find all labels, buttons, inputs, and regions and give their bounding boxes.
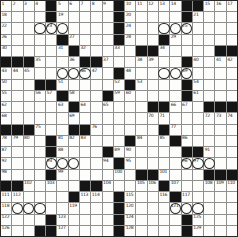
white-cell[interactable] bbox=[215, 91, 225, 101]
white-cell[interactable] bbox=[46, 192, 56, 202]
white-cell[interactable] bbox=[193, 192, 203, 202]
white-cell[interactable] bbox=[46, 68, 56, 78]
white-cell[interactable] bbox=[182, 46, 192, 56]
white-cell[interactable] bbox=[57, 23, 67, 33]
white-cell[interactable]: 127 bbox=[57, 226, 67, 236]
white-cell[interactable] bbox=[148, 226, 158, 236]
white-cell[interactable] bbox=[182, 203, 192, 213]
white-cell[interactable]: 97 bbox=[193, 158, 203, 168]
white-cell[interactable] bbox=[170, 226, 180, 236]
white-cell[interactable] bbox=[80, 203, 90, 213]
white-cell[interactable]: 58 bbox=[69, 91, 79, 101]
white-cell[interactable]: 91 bbox=[204, 147, 214, 157]
white-cell[interactable]: 48 bbox=[125, 68, 135, 78]
white-cell[interactable] bbox=[170, 12, 180, 22]
white-cell[interactable]: 27 bbox=[69, 35, 79, 45]
white-cell[interactable]: 41 bbox=[215, 57, 225, 67]
white-cell[interactable]: 95 bbox=[125, 158, 135, 168]
white-cell[interactable] bbox=[215, 23, 225, 33]
white-cell[interactable] bbox=[193, 35, 203, 45]
white-cell[interactable] bbox=[91, 35, 101, 45]
white-cell[interactable]: 88 bbox=[57, 147, 67, 157]
white-cell[interactable] bbox=[114, 181, 124, 191]
white-cell[interactable] bbox=[204, 203, 214, 213]
white-cell[interactable]: 116 bbox=[159, 192, 169, 202]
white-cell[interactable] bbox=[35, 113, 45, 123]
white-cell[interactable] bbox=[227, 91, 237, 101]
white-cell[interactable] bbox=[204, 136, 214, 146]
white-cell[interactable]: 32 bbox=[80, 46, 90, 56]
white-cell[interactable] bbox=[35, 170, 45, 180]
white-cell[interactable] bbox=[12, 226, 22, 236]
white-cell[interactable]: 108 bbox=[204, 181, 214, 191]
white-cell[interactable] bbox=[69, 23, 79, 33]
white-cell[interactable] bbox=[227, 203, 237, 213]
white-cell[interactable]: 124 bbox=[125, 215, 135, 225]
white-cell[interactable] bbox=[57, 203, 67, 213]
white-cell[interactable]: 34 bbox=[159, 46, 169, 56]
white-cell[interactable] bbox=[46, 125, 56, 135]
white-cell[interactable] bbox=[215, 80, 225, 90]
white-cell[interactable] bbox=[125, 113, 135, 123]
white-cell[interactable]: 22 bbox=[1, 23, 11, 33]
white-cell[interactable] bbox=[204, 158, 214, 168]
white-cell[interactable]: 5 bbox=[57, 1, 67, 11]
white-cell[interactable]: 12 bbox=[148, 1, 158, 11]
white-cell[interactable]: 14 bbox=[170, 1, 180, 11]
white-cell[interactable]: 4 bbox=[35, 1, 45, 11]
white-cell[interactable] bbox=[136, 102, 146, 112]
white-cell[interactable] bbox=[148, 136, 158, 146]
white-cell[interactable] bbox=[91, 203, 101, 213]
white-cell[interactable] bbox=[159, 57, 169, 67]
white-cell[interactable]: 47 bbox=[91, 68, 101, 78]
white-cell[interactable] bbox=[227, 12, 237, 22]
white-cell[interactable] bbox=[69, 170, 79, 180]
white-cell[interactable] bbox=[12, 203, 22, 213]
white-cell[interactable]: 104 bbox=[103, 181, 113, 191]
white-cell[interactable]: 109 bbox=[215, 181, 225, 191]
white-cell[interactable] bbox=[136, 68, 146, 78]
white-cell[interactable] bbox=[91, 170, 101, 180]
white-cell[interactable] bbox=[80, 170, 90, 180]
white-cell[interactable]: 72 bbox=[204, 113, 214, 123]
white-cell[interactable]: 106 bbox=[148, 181, 158, 191]
white-cell[interactable] bbox=[170, 57, 180, 67]
white-cell[interactable]: 93 bbox=[46, 158, 56, 168]
white-cell[interactable]: 46 bbox=[80, 68, 90, 78]
white-cell[interactable] bbox=[24, 46, 34, 56]
white-cell[interactable] bbox=[91, 113, 101, 123]
white-cell[interactable]: 82 bbox=[69, 136, 79, 146]
white-cell[interactable] bbox=[46, 203, 56, 213]
white-cell[interactable] bbox=[35, 12, 45, 22]
white-cell[interactable] bbox=[69, 12, 79, 22]
white-cell[interactable] bbox=[227, 80, 237, 90]
white-cell[interactable] bbox=[46, 46, 56, 56]
white-cell[interactable] bbox=[35, 203, 45, 213]
white-cell[interactable] bbox=[24, 80, 34, 90]
white-cell[interactable] bbox=[24, 158, 34, 168]
white-cell[interactable] bbox=[170, 147, 180, 157]
white-cell[interactable] bbox=[125, 46, 135, 56]
white-cell[interactable] bbox=[80, 158, 90, 168]
white-cell[interactable]: 23 bbox=[46, 23, 56, 33]
white-cell[interactable] bbox=[69, 181, 79, 191]
white-cell[interactable] bbox=[227, 125, 237, 135]
white-cell[interactable] bbox=[24, 226, 34, 236]
white-cell[interactable] bbox=[80, 215, 90, 225]
white-cell[interactable] bbox=[69, 80, 79, 90]
white-cell[interactable] bbox=[204, 80, 214, 90]
white-cell[interactable]: 75 bbox=[35, 125, 45, 135]
white-cell[interactable] bbox=[215, 203, 225, 213]
white-cell[interactable]: 110 bbox=[227, 181, 237, 191]
white-cell[interactable]: 10 bbox=[125, 1, 135, 11]
white-cell[interactable]: 105 bbox=[136, 181, 146, 191]
white-cell[interactable]: 81 bbox=[57, 136, 67, 146]
white-cell[interactable] bbox=[125, 57, 135, 67]
white-cell[interactable] bbox=[182, 113, 192, 123]
white-cell[interactable]: 80 bbox=[24, 136, 34, 146]
white-cell[interactable] bbox=[103, 136, 113, 146]
white-cell[interactable] bbox=[35, 192, 45, 202]
white-cell[interactable]: 120 bbox=[125, 203, 135, 213]
white-cell[interactable] bbox=[215, 215, 225, 225]
white-cell[interactable] bbox=[136, 113, 146, 123]
white-cell[interactable]: 111 bbox=[1, 192, 11, 202]
white-cell[interactable] bbox=[159, 147, 169, 157]
white-cell[interactable]: 67 bbox=[182, 102, 192, 112]
white-cell[interactable] bbox=[215, 147, 225, 157]
white-cell[interactable] bbox=[215, 35, 225, 45]
white-cell[interactable] bbox=[159, 203, 169, 213]
white-cell[interactable] bbox=[227, 136, 237, 146]
white-cell[interactable] bbox=[91, 215, 101, 225]
white-cell[interactable]: 42 bbox=[227, 57, 237, 67]
white-cell[interactable] bbox=[12, 215, 22, 225]
white-cell[interactable] bbox=[136, 147, 146, 157]
white-cell[interactable] bbox=[80, 23, 90, 33]
white-cell[interactable]: 79 bbox=[12, 136, 22, 146]
white-cell[interactable] bbox=[24, 192, 34, 202]
white-cell[interactable] bbox=[35, 136, 45, 146]
white-cell[interactable] bbox=[80, 91, 90, 101]
white-cell[interactable] bbox=[12, 170, 22, 180]
white-cell[interactable] bbox=[215, 136, 225, 146]
white-cell[interactable]: 76 bbox=[91, 125, 101, 135]
white-cell[interactable]: 73 bbox=[215, 113, 225, 123]
white-cell[interactable] bbox=[114, 102, 124, 112]
white-cell[interactable] bbox=[12, 102, 22, 112]
white-cell[interactable]: 21 bbox=[193, 12, 203, 22]
white-cell[interactable] bbox=[136, 192, 146, 202]
white-cell[interactable]: 83 bbox=[80, 136, 90, 146]
white-cell[interactable] bbox=[80, 113, 90, 123]
white-cell[interactable] bbox=[57, 192, 67, 202]
white-cell[interactable] bbox=[170, 113, 180, 123]
white-cell[interactable] bbox=[12, 23, 22, 33]
white-cell[interactable]: 57 bbox=[46, 91, 56, 101]
white-cell[interactable]: 15 bbox=[204, 1, 214, 11]
white-cell[interactable] bbox=[170, 46, 180, 56]
white-cell[interactable] bbox=[193, 203, 203, 213]
white-cell[interactable]: 84 bbox=[136, 136, 146, 146]
white-cell[interactable] bbox=[215, 226, 225, 236]
white-cell[interactable]: 37 bbox=[103, 57, 113, 67]
white-cell[interactable] bbox=[91, 102, 101, 112]
white-cell[interactable] bbox=[103, 125, 113, 135]
white-cell[interactable] bbox=[35, 158, 45, 168]
white-cell[interactable]: 52 bbox=[114, 80, 124, 90]
white-cell[interactable] bbox=[35, 147, 45, 157]
white-cell[interactable]: 117 bbox=[182, 192, 192, 202]
white-cell[interactable] bbox=[148, 147, 158, 157]
white-cell[interactable] bbox=[170, 91, 180, 101]
white-cell[interactable] bbox=[103, 113, 113, 123]
white-cell[interactable] bbox=[182, 125, 192, 135]
white-cell[interactable]: 38 bbox=[136, 57, 146, 67]
white-cell[interactable]: 25 bbox=[182, 23, 192, 33]
white-cell[interactable] bbox=[227, 192, 237, 202]
white-cell[interactable] bbox=[170, 68, 180, 78]
white-cell[interactable] bbox=[159, 23, 169, 33]
white-cell[interactable] bbox=[227, 226, 237, 236]
white-cell[interactable] bbox=[35, 215, 45, 225]
white-cell[interactable]: 122 bbox=[1, 215, 11, 225]
white-cell[interactable]: 7 bbox=[80, 1, 90, 11]
white-cell[interactable] bbox=[170, 80, 180, 90]
white-cell[interactable]: 85 bbox=[159, 136, 169, 146]
white-cell[interactable] bbox=[182, 170, 192, 180]
white-cell[interactable]: 31 bbox=[57, 46, 67, 56]
white-cell[interactable] bbox=[215, 158, 225, 168]
white-cell[interactable]: 103 bbox=[46, 181, 56, 191]
white-cell[interactable] bbox=[114, 136, 124, 146]
white-cell[interactable]: 13 bbox=[159, 1, 169, 11]
white-cell[interactable]: 121 bbox=[170, 203, 180, 213]
white-cell[interactable]: 77 bbox=[170, 125, 180, 135]
white-cell[interactable] bbox=[159, 68, 169, 78]
white-cell[interactable] bbox=[103, 215, 113, 225]
white-cell[interactable] bbox=[24, 35, 34, 45]
white-cell[interactable] bbox=[204, 226, 214, 236]
white-cell[interactable] bbox=[24, 12, 34, 22]
white-cell[interactable] bbox=[103, 203, 113, 213]
white-cell[interactable] bbox=[24, 102, 34, 112]
white-cell[interactable] bbox=[193, 125, 203, 135]
white-cell[interactable] bbox=[103, 12, 113, 22]
white-cell[interactable] bbox=[204, 91, 214, 101]
white-cell[interactable] bbox=[193, 170, 203, 180]
white-cell[interactable] bbox=[80, 12, 90, 22]
white-cell[interactable] bbox=[136, 12, 146, 22]
white-cell[interactable]: 90 bbox=[125, 147, 135, 157]
white-cell[interactable] bbox=[170, 215, 180, 225]
white-cell[interactable] bbox=[148, 91, 158, 101]
white-cell[interactable]: 20 bbox=[125, 12, 135, 22]
white-cell[interactable]: 63 bbox=[57, 102, 67, 112]
white-cell[interactable] bbox=[24, 147, 34, 157]
white-cell[interactable] bbox=[103, 170, 113, 180]
white-cell[interactable] bbox=[136, 35, 146, 45]
white-cell[interactable] bbox=[159, 226, 169, 236]
white-cell[interactable] bbox=[91, 226, 101, 236]
white-cell[interactable] bbox=[57, 57, 67, 67]
white-cell[interactable]: 101 bbox=[159, 170, 169, 180]
white-cell[interactable] bbox=[103, 46, 113, 56]
white-cell[interactable] bbox=[170, 170, 180, 180]
white-cell[interactable] bbox=[12, 35, 22, 45]
white-cell[interactable] bbox=[204, 23, 214, 33]
white-cell[interactable] bbox=[57, 181, 67, 191]
white-cell[interactable] bbox=[91, 91, 101, 101]
white-cell[interactable]: 9 bbox=[103, 1, 113, 11]
white-cell[interactable]: 60 bbox=[125, 91, 135, 101]
white-cell[interactable]: 2 bbox=[12, 1, 22, 11]
white-cell[interactable]: 8 bbox=[91, 1, 101, 11]
white-cell[interactable] bbox=[35, 46, 45, 56]
white-cell[interactable] bbox=[35, 102, 45, 112]
white-cell[interactable] bbox=[46, 102, 56, 112]
white-cell[interactable] bbox=[103, 35, 113, 45]
white-cell[interactable]: 123 bbox=[57, 215, 67, 225]
white-cell[interactable]: 33 bbox=[114, 46, 124, 56]
white-cell[interactable] bbox=[193, 23, 203, 33]
white-cell[interactable] bbox=[125, 125, 135, 135]
white-cell[interactable] bbox=[193, 46, 203, 56]
white-cell[interactable] bbox=[136, 158, 146, 168]
white-cell[interactable] bbox=[35, 35, 45, 45]
white-cell[interactable]: 128 bbox=[125, 226, 135, 236]
white-cell[interactable] bbox=[12, 12, 22, 22]
white-cell[interactable] bbox=[80, 35, 90, 45]
white-cell[interactable] bbox=[46, 35, 56, 45]
white-cell[interactable] bbox=[69, 147, 79, 157]
white-cell[interactable] bbox=[12, 80, 22, 90]
white-cell[interactable] bbox=[215, 12, 225, 22]
white-cell[interactable]: 49 bbox=[182, 68, 192, 78]
white-cell[interactable] bbox=[57, 113, 67, 123]
white-cell[interactable] bbox=[204, 215, 214, 225]
white-cell[interactable] bbox=[69, 215, 79, 225]
white-cell[interactable]: 125 bbox=[193, 215, 203, 225]
white-cell[interactable] bbox=[24, 113, 34, 123]
white-cell[interactable]: 71 bbox=[159, 113, 169, 123]
white-cell[interactable]: 26 bbox=[1, 35, 11, 45]
white-cell[interactable] bbox=[227, 147, 237, 157]
white-cell[interactable] bbox=[125, 170, 135, 180]
white-cell[interactable] bbox=[136, 125, 146, 135]
white-cell[interactable] bbox=[91, 80, 101, 90]
white-cell[interactable] bbox=[24, 91, 34, 101]
white-cell[interactable] bbox=[80, 80, 90, 90]
white-cell[interactable]: 107 bbox=[170, 181, 180, 191]
white-cell[interactable]: 43 bbox=[1, 68, 11, 78]
white-cell[interactable]: 35 bbox=[35, 57, 45, 67]
white-cell[interactable] bbox=[24, 215, 34, 225]
white-cell[interactable]: 86 bbox=[182, 136, 192, 146]
white-cell[interactable] bbox=[193, 181, 203, 191]
white-cell[interactable] bbox=[80, 147, 90, 157]
white-cell[interactable] bbox=[227, 23, 237, 33]
white-cell[interactable] bbox=[57, 68, 67, 78]
white-cell[interactable] bbox=[103, 23, 113, 33]
white-cell[interactable]: 56 bbox=[35, 91, 45, 101]
white-cell[interactable]: 70 bbox=[148, 113, 158, 123]
white-cell[interactable] bbox=[215, 125, 225, 135]
white-cell[interactable]: 87 bbox=[1, 147, 11, 157]
white-cell[interactable] bbox=[204, 35, 214, 45]
white-cell[interactable]: 68 bbox=[1, 113, 11, 123]
white-cell[interactable] bbox=[12, 113, 22, 123]
white-cell[interactable]: 99 bbox=[57, 170, 67, 180]
white-cell[interactable]: 113 bbox=[80, 192, 90, 202]
white-cell[interactable]: 65 bbox=[103, 102, 113, 112]
white-cell[interactable]: 62 bbox=[1, 102, 11, 112]
white-cell[interactable] bbox=[114, 125, 124, 135]
white-cell[interactable] bbox=[148, 215, 158, 225]
white-cell[interactable] bbox=[215, 68, 225, 78]
white-cell[interactable] bbox=[182, 181, 192, 191]
white-cell[interactable]: 40 bbox=[193, 57, 203, 67]
white-cell[interactable]: 36 bbox=[69, 57, 79, 67]
white-cell[interactable] bbox=[204, 68, 214, 78]
white-cell[interactable] bbox=[148, 12, 158, 22]
white-cell[interactable] bbox=[204, 46, 214, 56]
white-cell[interactable] bbox=[170, 23, 180, 33]
white-cell[interactable] bbox=[193, 113, 203, 123]
white-cell[interactable]: 61 bbox=[193, 91, 203, 101]
white-cell[interactable] bbox=[12, 158, 22, 168]
white-cell[interactable] bbox=[69, 68, 79, 78]
white-cell[interactable]: 55 bbox=[1, 91, 11, 101]
white-cell[interactable]: 1 bbox=[1, 1, 11, 11]
white-cell[interactable]: 44 bbox=[12, 68, 22, 78]
white-cell[interactable] bbox=[125, 181, 135, 191]
white-cell[interactable]: 16 bbox=[215, 1, 225, 11]
white-cell[interactable] bbox=[148, 23, 158, 33]
white-cell[interactable] bbox=[159, 215, 169, 225]
white-cell[interactable]: 50 bbox=[1, 80, 11, 90]
white-cell[interactable] bbox=[125, 102, 135, 112]
white-cell[interactable] bbox=[114, 113, 124, 123]
white-cell[interactable] bbox=[227, 35, 237, 45]
white-cell[interactable] bbox=[35, 181, 45, 191]
white-cell[interactable]: 129 bbox=[193, 226, 203, 236]
white-cell[interactable]: 54 bbox=[193, 80, 203, 90]
white-cell[interactable] bbox=[12, 46, 22, 56]
white-cell[interactable] bbox=[103, 192, 113, 202]
white-cell[interactable] bbox=[35, 68, 45, 78]
white-cell[interactable]: 28 bbox=[125, 35, 135, 45]
white-cell[interactable] bbox=[204, 192, 214, 202]
white-cell[interactable]: 51 bbox=[57, 80, 67, 90]
white-cell[interactable]: 24 bbox=[125, 23, 135, 33]
white-cell[interactable]: 94 bbox=[103, 158, 113, 168]
white-cell[interactable]: 53 bbox=[136, 80, 146, 90]
white-cell[interactable] bbox=[12, 147, 22, 157]
white-cell[interactable] bbox=[136, 203, 146, 213]
white-cell[interactable]: 3 bbox=[24, 1, 34, 11]
white-cell[interactable]: 45 bbox=[24, 68, 34, 78]
white-cell[interactable] bbox=[204, 12, 214, 22]
white-cell[interactable] bbox=[91, 147, 101, 157]
white-cell[interactable]: 64 bbox=[80, 102, 90, 112]
white-cell[interactable] bbox=[24, 203, 34, 213]
white-cell[interactable]: 115 bbox=[125, 192, 135, 202]
white-cell[interactable] bbox=[91, 46, 101, 56]
